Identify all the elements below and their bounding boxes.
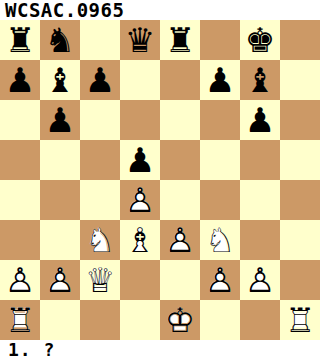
square-b4[interactable]: [40, 180, 80, 220]
square-b8[interactable]: ♞: [40, 20, 80, 60]
square-d7[interactable]: [120, 60, 160, 100]
piece-glyph-solid: ♟: [240, 100, 280, 140]
square-f4[interactable]: [200, 180, 240, 220]
square-c7[interactable]: ♟: [80, 60, 120, 100]
diagram-header: WCSAC.0965: [0, 0, 320, 20]
piece-glyph-outline: ♙: [120, 180, 160, 220]
square-e1[interactable]: ♚♔: [160, 300, 200, 340]
piece-glyph-outline: ♙: [40, 260, 80, 300]
piece-white-pawn: ♟♙: [160, 220, 200, 260]
piece-glyph-outline: ♙: [160, 220, 200, 260]
piece-glyph-solid: ♟: [200, 60, 240, 100]
square-a2[interactable]: ♟♙: [0, 260, 40, 300]
piece-white-rook: ♜♖: [280, 300, 320, 340]
piece-black-queen: ♛: [120, 20, 160, 60]
piece-glyph-outline: ♔: [160, 300, 200, 340]
piece-glyph-solid: ♞: [40, 20, 80, 60]
piece-white-pawn: ♟♙: [240, 260, 280, 300]
piece-glyph-outline: ♕: [80, 260, 120, 300]
piece-black-pawn: ♟: [40, 100, 80, 140]
piece-white-bishop: ♝♗: [120, 220, 160, 260]
piece-black-pawn: ♟: [240, 100, 280, 140]
piece-black-pawn: ♟: [80, 60, 120, 100]
square-g5[interactable]: [240, 140, 280, 180]
piece-white-pawn: ♟♙: [0, 260, 40, 300]
square-b1[interactable]: [40, 300, 80, 340]
square-h6[interactable]: [280, 100, 320, 140]
piece-glyph-solid: ♟: [80, 60, 120, 100]
move-prompt: 1. ?: [8, 340, 55, 360]
piece-white-pawn: ♟♙: [40, 260, 80, 300]
piece-white-knight: ♞♘: [200, 220, 240, 260]
piece-glyph-outline: ♙: [200, 260, 240, 300]
square-h8[interactable]: [280, 20, 320, 60]
square-f2[interactable]: ♟♙: [200, 260, 240, 300]
piece-glyph-outline: ♗: [120, 220, 160, 260]
piece-black-pawn: ♟: [0, 60, 40, 100]
square-c3[interactable]: ♞♘: [80, 220, 120, 260]
square-h5[interactable]: [280, 140, 320, 180]
square-d1[interactable]: [120, 300, 160, 340]
square-h3[interactable]: [280, 220, 320, 260]
square-g6[interactable]: ♟: [240, 100, 280, 140]
square-d5[interactable]: ♟: [120, 140, 160, 180]
square-e3[interactable]: ♟♙: [160, 220, 200, 260]
square-g4[interactable]: [240, 180, 280, 220]
piece-black-pawn: ♟: [200, 60, 240, 100]
square-e4[interactable]: [160, 180, 200, 220]
square-d8[interactable]: ♛: [120, 20, 160, 60]
piece-glyph-solid: ♟: [40, 100, 80, 140]
square-a1[interactable]: ♜♖: [0, 300, 40, 340]
piece-glyph-outline: ♖: [280, 300, 320, 340]
piece-white-king: ♚♔: [160, 300, 200, 340]
square-h1[interactable]: ♜♖: [280, 300, 320, 340]
piece-black-bishop: ♝: [40, 60, 80, 100]
square-a4[interactable]: [0, 180, 40, 220]
square-f1[interactable]: [200, 300, 240, 340]
square-g8[interactable]: ♚: [240, 20, 280, 60]
square-a5[interactable]: [0, 140, 40, 180]
piece-black-king: ♚: [240, 20, 280, 60]
piece-glyph-solid: ♟: [0, 60, 40, 100]
square-c8[interactable]: [80, 20, 120, 60]
diagram-title: WCSAC.0965: [5, 0, 124, 20]
square-f5[interactable]: [200, 140, 240, 180]
square-h4[interactable]: [280, 180, 320, 220]
square-b3[interactable]: [40, 220, 80, 260]
square-d6[interactable]: [120, 100, 160, 140]
square-g7[interactable]: ♝: [240, 60, 280, 100]
square-h2[interactable]: [280, 260, 320, 300]
square-e8[interactable]: ♜: [160, 20, 200, 60]
square-b6[interactable]: ♟: [40, 100, 80, 140]
square-a8[interactable]: ♜: [0, 20, 40, 60]
square-b7[interactable]: ♝: [40, 60, 80, 100]
piece-glyph-outline: ♙: [240, 260, 280, 300]
square-c1[interactable]: [80, 300, 120, 340]
square-c4[interactable]: [80, 180, 120, 220]
square-g2[interactable]: ♟♙: [240, 260, 280, 300]
square-b2[interactable]: ♟♙: [40, 260, 80, 300]
square-e6[interactable]: [160, 100, 200, 140]
square-d3[interactable]: ♝♗: [120, 220, 160, 260]
chess-board: ♜♞♛♜♚♟♝♟♟♝♟♟♟♟♙♞♘♝♗♟♙♞♘♟♙♟♙♛♕♟♙♟♙♜♖♚♔♜♖: [0, 20, 320, 340]
square-f8[interactable]: [200, 20, 240, 60]
piece-black-rook: ♜: [0, 20, 40, 60]
piece-glyph-solid: ♛: [120, 20, 160, 60]
square-c2[interactable]: ♛♕: [80, 260, 120, 300]
piece-glyph-solid: ♟: [120, 140, 160, 180]
piece-glyph-outline: ♙: [0, 260, 40, 300]
piece-glyph-outline: ♖: [0, 300, 40, 340]
piece-black-rook: ♜: [160, 20, 200, 60]
square-a7[interactable]: ♟: [0, 60, 40, 100]
square-g3[interactable]: [240, 220, 280, 260]
piece-glyph-solid: ♝: [40, 60, 80, 100]
piece-glyph-solid: ♚: [240, 20, 280, 60]
square-e7[interactable]: [160, 60, 200, 100]
piece-white-pawn: ♟♙: [120, 180, 160, 220]
piece-glyph-solid: ♜: [160, 20, 200, 60]
piece-glyph-outline: ♘: [80, 220, 120, 260]
square-e5[interactable]: [160, 140, 200, 180]
piece-white-queen: ♛♕: [80, 260, 120, 300]
piece-black-bishop: ♝: [240, 60, 280, 100]
square-a3[interactable]: [0, 220, 40, 260]
square-a6[interactable]: [0, 100, 40, 140]
square-f3[interactable]: ♞♘: [200, 220, 240, 260]
piece-glyph-solid: ♜: [0, 20, 40, 60]
square-h7[interactable]: [280, 60, 320, 100]
piece-white-pawn: ♟♙: [200, 260, 240, 300]
square-b5[interactable]: [40, 140, 80, 180]
square-c6[interactable]: [80, 100, 120, 140]
square-f7[interactable]: ♟: [200, 60, 240, 100]
square-g1[interactable]: [240, 300, 280, 340]
square-d4[interactable]: ♟♙: [120, 180, 160, 220]
piece-glyph-solid: ♝: [240, 60, 280, 100]
diagram-footer: 1. ?: [0, 340, 320, 360]
square-c5[interactable]: [80, 140, 120, 180]
square-f6[interactable]: [200, 100, 240, 140]
piece-white-rook: ♜♖: [0, 300, 40, 340]
piece-black-knight: ♞: [40, 20, 80, 60]
piece-glyph-outline: ♘: [200, 220, 240, 260]
square-d2[interactable]: [120, 260, 160, 300]
square-e2[interactable]: [160, 260, 200, 300]
piece-white-knight: ♞♘: [80, 220, 120, 260]
piece-black-pawn: ♟: [120, 140, 160, 180]
